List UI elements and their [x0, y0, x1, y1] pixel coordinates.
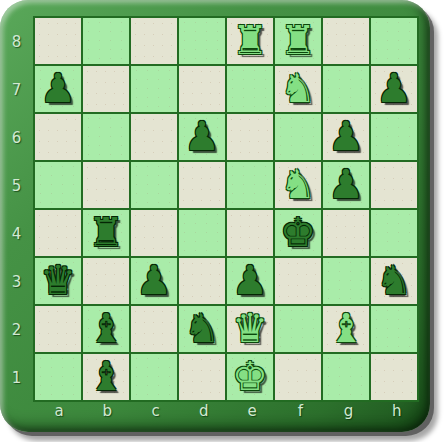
rank-labels: 87654321	[0, 18, 33, 402]
square-d4[interactable]	[179, 210, 225, 256]
square-b1[interactable]: ♝	[83, 354, 129, 400]
black-pawn[interactable]: ♟	[328, 113, 364, 159]
square-e2[interactable]: ♛	[227, 306, 273, 352]
square-f3[interactable]	[275, 258, 321, 304]
file-label-e: e	[228, 398, 276, 424]
file-label-h: h	[373, 398, 421, 424]
square-h6[interactable]	[371, 114, 417, 160]
square-a8[interactable]	[35, 18, 81, 64]
square-f8[interactable]: ♜	[275, 18, 321, 64]
chess-board[interactable]: ♜♜♟♞♟♟♟♞♟♜♚♛♟♟♞♝♞♛♝♝♚	[33, 16, 419, 402]
rank-label-7: 7	[0, 66, 33, 114]
file-label-g: g	[325, 398, 373, 424]
file-label-c: c	[132, 398, 180, 424]
file-label-b: b	[83, 398, 131, 424]
square-b5[interactable]	[83, 162, 129, 208]
rank-label-6: 6	[0, 114, 33, 162]
square-d8[interactable]	[179, 18, 225, 64]
square-g4[interactable]	[323, 210, 369, 256]
square-h4[interactable]	[371, 210, 417, 256]
square-d1[interactable]	[179, 354, 225, 400]
square-b7[interactable]	[83, 66, 129, 112]
square-e5[interactable]	[227, 162, 273, 208]
square-g5[interactable]: ♟	[323, 162, 369, 208]
square-e3[interactable]: ♟	[227, 258, 273, 304]
square-h1[interactable]	[371, 354, 417, 400]
file-label-d: d	[180, 398, 228, 424]
square-g7[interactable]	[323, 66, 369, 112]
black-pawn[interactable]: ♟	[40, 65, 76, 111]
black-queen[interactable]: ♛	[40, 257, 76, 303]
square-f2[interactable]	[275, 306, 321, 352]
square-h8[interactable]	[371, 18, 417, 64]
file-labels: abcdefgh	[35, 398, 421, 424]
rank-label-1: 1	[0, 354, 33, 402]
square-a3[interactable]: ♛	[35, 258, 81, 304]
square-f6[interactable]	[275, 114, 321, 160]
square-e1[interactable]: ♚	[227, 354, 273, 400]
square-g1[interactable]	[323, 354, 369, 400]
square-d6[interactable]: ♟	[179, 114, 225, 160]
square-d2[interactable]: ♞	[179, 306, 225, 352]
rank-label-4: 4	[0, 210, 33, 258]
file-label-a: a	[35, 398, 83, 424]
square-c8[interactable]	[131, 18, 177, 64]
square-a7[interactable]: ♟	[35, 66, 81, 112]
square-d5[interactable]	[179, 162, 225, 208]
square-d3[interactable]	[179, 258, 225, 304]
square-c3[interactable]: ♟	[131, 258, 177, 304]
square-c1[interactable]	[131, 354, 177, 400]
black-pawn[interactable]: ♟	[376, 65, 412, 111]
square-g6[interactable]: ♟	[323, 114, 369, 160]
square-a4[interactable]	[35, 210, 81, 256]
rank-label-3: 3	[0, 258, 33, 306]
square-b4[interactable]: ♜	[83, 210, 129, 256]
square-b6[interactable]	[83, 114, 129, 160]
square-g8[interactable]	[323, 18, 369, 64]
square-h5[interactable]	[371, 162, 417, 208]
square-e8[interactable]: ♜	[227, 18, 273, 64]
rank-label-5: 5	[0, 162, 33, 210]
square-c2[interactable]	[131, 306, 177, 352]
square-e6[interactable]	[227, 114, 273, 160]
black-pawn[interactable]: ♟	[136, 257, 172, 303]
square-c5[interactable]	[131, 162, 177, 208]
square-g2[interactable]: ♝	[323, 306, 369, 352]
white-knight[interactable]: ♞	[280, 65, 316, 111]
chess-app-window: 87654321 ♜♜♟♞♟♟♟♞♟♜♚♛♟♟♞♝♞♛♝♝♚ abcdefgh	[0, 0, 444, 442]
square-e7[interactable]	[227, 66, 273, 112]
square-g3[interactable]	[323, 258, 369, 304]
rank-label-2: 2	[0, 306, 33, 354]
black-bishop[interactable]: ♝	[88, 305, 124, 351]
square-a2[interactable]	[35, 306, 81, 352]
black-pawn[interactable]: ♟	[328, 161, 364, 207]
black-pawn[interactable]: ♟	[184, 113, 220, 159]
black-knight[interactable]: ♞	[184, 305, 220, 351]
square-c6[interactable]	[131, 114, 177, 160]
square-f7[interactable]: ♞	[275, 66, 321, 112]
black-rook[interactable]: ♜	[88, 209, 124, 255]
white-king[interactable]: ♚	[232, 353, 268, 399]
white-knight[interactable]: ♞	[280, 161, 316, 207]
black-knight[interactable]: ♞	[376, 257, 412, 303]
square-f4[interactable]: ♚	[275, 210, 321, 256]
square-f5[interactable]: ♞	[275, 162, 321, 208]
square-a6[interactable]	[35, 114, 81, 160]
white-rook[interactable]: ♜	[280, 17, 316, 63]
black-bishop[interactable]: ♝	[88, 353, 124, 399]
white-rook[interactable]: ♜	[232, 17, 268, 63]
square-e4[interactable]	[227, 210, 273, 256]
square-b2[interactable]: ♝	[83, 306, 129, 352]
rank-label-8: 8	[0, 18, 33, 66]
square-b3[interactable]	[83, 258, 129, 304]
square-c7[interactable]	[131, 66, 177, 112]
square-h7[interactable]: ♟	[371, 66, 417, 112]
black-pawn[interactable]: ♟	[232, 257, 268, 303]
square-a5[interactable]	[35, 162, 81, 208]
square-b8[interactable]	[83, 18, 129, 64]
white-bishop[interactable]: ♝	[328, 305, 364, 351]
white-queen[interactable]: ♛	[232, 305, 268, 351]
file-label-f: f	[276, 398, 324, 424]
square-h3[interactable]: ♞	[371, 258, 417, 304]
square-f1[interactable]	[275, 354, 321, 400]
square-a1[interactable]	[35, 354, 81, 400]
square-h2[interactable]	[371, 306, 417, 352]
square-d7[interactable]	[179, 66, 225, 112]
square-c4[interactable]	[131, 210, 177, 256]
black-king[interactable]: ♚	[280, 209, 316, 255]
